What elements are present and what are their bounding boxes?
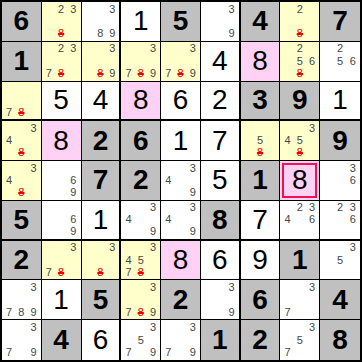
- candidate-empty: [67, 202, 79, 214]
- solved-digit: 7: [201, 121, 239, 160]
- candidate: 2: [334, 43, 347, 55]
- candidate-grid: 2568: [281, 43, 318, 80]
- candidate-empty: [174, 202, 186, 214]
- candidate-empty: [43, 226, 55, 238]
- cell-r4c6[interactable]: 7: [201, 121, 241, 161]
- candidate: 2: [55, 43, 67, 55]
- cell-r4c2[interactable]: 8: [42, 121, 82, 161]
- cell-r2c4[interactable]: 3789: [121, 42, 161, 82]
- solved-digit: 6: [201, 241, 239, 280]
- candidate-empty: [187, 55, 199, 67]
- cell-r3c9[interactable]: 1: [320, 82, 360, 122]
- candidate-grid: 3789: [122, 43, 159, 80]
- candidate-empty: [306, 226, 318, 238]
- cell-r4c1[interactable]: 348: [2, 121, 42, 161]
- cell-r9c4[interactable]: 3579: [121, 320, 161, 360]
- cell-r8c9[interactable]: 4: [320, 280, 360, 320]
- candidate-eliminated: 8: [55, 266, 67, 278]
- candidate-empty: [294, 15, 306, 27]
- cell-r7c2[interactable]: 378: [42, 241, 82, 281]
- candidate-empty: [147, 254, 159, 266]
- cell-r1c8[interactable]: 28: [280, 2, 320, 42]
- candidate: 7: [122, 306, 134, 318]
- candidate-empty: [28, 334, 40, 347]
- candidate-empty: [122, 242, 134, 254]
- candidate-empty: [294, 294, 306, 306]
- cell-r9c6[interactable]: 1: [201, 320, 241, 360]
- candidate: 5: [294, 55, 306, 67]
- candidate-empty: [67, 254, 79, 266]
- candidate: 2: [294, 3, 306, 15]
- candidate-empty: [321, 226, 334, 238]
- cell-r9c3[interactable]: 6: [82, 320, 122, 360]
- candidate-grid: 378: [43, 242, 80, 279]
- candidate: 9: [106, 28, 118, 40]
- given-digit: 9: [280, 82, 319, 120]
- candidate: 3: [28, 122, 40, 134]
- candidate-empty: [122, 294, 134, 306]
- candidate-empty: [15, 346, 27, 359]
- cell-r1c6[interactable]: 39: [201, 2, 241, 42]
- candidate-eliminated: 8: [15, 187, 27, 199]
- given-digit: 8: [320, 320, 360, 360]
- candidate-empty: [306, 15, 318, 27]
- candidate-eliminated: 8: [15, 147, 27, 159]
- candidate: 3: [28, 281, 40, 293]
- candidate-empty: [306, 67, 318, 79]
- solved-digit: 9: [241, 241, 280, 280]
- candidate: 3: [187, 162, 199, 174]
- candidate-empty: [346, 43, 359, 55]
- cell-r7c1[interactable]: 2: [2, 241, 42, 281]
- given-digit: 3: [241, 82, 280, 120]
- candidate-empty: [306, 346, 318, 359]
- candidate-grid: 34578: [122, 242, 159, 279]
- cell-r8c4[interactable]: 3789: [121, 280, 161, 320]
- candidate-empty: [174, 174, 186, 186]
- candidate: 5: [334, 55, 347, 67]
- candidate-empty: [67, 15, 79, 27]
- candidate-empty: [43, 28, 55, 40]
- candidate-empty: [106, 266, 118, 278]
- cell-r2c3[interactable]: 389: [82, 42, 122, 82]
- given-digit: 7: [82, 161, 120, 200]
- candidate: 9: [226, 28, 238, 40]
- candidate-empty: [214, 306, 226, 318]
- candidate-empty: [28, 174, 40, 186]
- cell-r9c7[interactable]: 2: [241, 320, 281, 360]
- candidate-empty: [254, 122, 266, 134]
- candidate: 9: [187, 67, 199, 79]
- candidate: 9: [187, 226, 199, 238]
- candidate-empty: [43, 162, 55, 174]
- candidate-empty: [334, 266, 347, 278]
- candidate-empty: [294, 214, 306, 226]
- cell-r7c7[interactable]: 9: [241, 241, 281, 281]
- candidate: 9: [28, 346, 40, 359]
- candidate: 5: [334, 254, 347, 266]
- given-digit: 2: [161, 280, 200, 319]
- cell-r3c3[interactable]: 4: [82, 82, 122, 122]
- candidate-empty: [43, 55, 55, 67]
- candidate-grid: 349: [162, 162, 199, 199]
- candidate: 7: [3, 306, 15, 318]
- candidate: 5: [135, 254, 147, 266]
- candidate: 3: [306, 122, 318, 134]
- cell-r1c3[interactable]: 389: [82, 2, 122, 42]
- candidate-empty: [43, 214, 55, 226]
- solved-digit: 8: [121, 82, 160, 120]
- candidate-empty: [202, 306, 214, 318]
- candidate-grid: 69: [43, 202, 80, 238]
- candidate-empty: [306, 135, 318, 147]
- candidate: 9: [147, 226, 159, 238]
- candidate-empty: [174, 214, 186, 226]
- candidate-empty: [83, 3, 95, 15]
- given-digit: 4: [42, 320, 81, 360]
- solved-digit: 8: [241, 42, 280, 81]
- cell-r4c9[interactable]: 9: [320, 121, 360, 161]
- cell-r1c4[interactable]: 1: [121, 2, 161, 42]
- cell-r5c2[interactable]: 69: [42, 161, 82, 201]
- candidate: 5: [294, 334, 306, 347]
- candidate-grid: 38: [83, 242, 119, 279]
- candidate: 5: [135, 334, 147, 347]
- cell-r5c7[interactable]: 1: [241, 161, 281, 201]
- given-digit: 1: [201, 320, 239, 360]
- cell-r1c9[interactable]: 7: [320, 2, 360, 42]
- candidate-empty: [15, 321, 27, 334]
- cell-r4c5[interactable]: 1: [161, 121, 201, 161]
- cell-r3c5[interactable]: 6: [161, 82, 201, 122]
- candidate-eliminated: 8: [294, 67, 306, 79]
- cell-r2c6[interactable]: 4: [201, 42, 241, 82]
- candidate-empty: [281, 55, 293, 67]
- cell-r2c7[interactable]: 8: [241, 42, 281, 82]
- candidate-empty: [55, 15, 67, 27]
- candidate-empty: [266, 135, 278, 147]
- candidate-empty: [174, 162, 186, 174]
- solved-digit: 2: [201, 82, 239, 120]
- candidate-empty: [55, 55, 67, 67]
- given-digit: 5: [161, 2, 200, 41]
- candidate-empty: [3, 281, 15, 293]
- cell-r9c9[interactable]: 8: [320, 320, 360, 360]
- candidate-empty: [3, 321, 15, 334]
- candidate-empty: [67, 28, 79, 40]
- given-digit: 1: [241, 161, 280, 200]
- candidate-grid: 2378: [43, 43, 80, 80]
- cell-r9c2[interactable]: 4: [42, 320, 82, 360]
- cell-r6c9[interactable]: 236: [320, 201, 360, 241]
- cell-r4c3[interactable]: 2: [82, 121, 122, 161]
- candidate-empty: [242, 122, 254, 134]
- candidate: 9: [147, 346, 159, 359]
- candidate-grid: 35: [321, 242, 359, 279]
- cell-r1c7[interactable]: 4: [241, 2, 281, 42]
- candidate-empty: [135, 294, 147, 306]
- given-digit: 6: [121, 121, 160, 160]
- candidate-empty: [334, 214, 347, 226]
- given-digit: 4: [241, 2, 280, 41]
- candidate-empty: [321, 214, 334, 226]
- candidate-empty: [83, 67, 95, 79]
- candidate-empty: [214, 3, 226, 15]
- cell-r4c7[interactable]: 58: [241, 121, 281, 161]
- cell-r8c3[interactable]: 5: [82, 280, 122, 320]
- candidate-empty: [174, 226, 186, 238]
- candidate: 4: [3, 174, 15, 186]
- candidate-empty: [321, 202, 334, 214]
- cell-r3c7[interactable]: 3: [241, 82, 281, 122]
- candidate-empty: [214, 15, 226, 27]
- solved-digit: 8: [161, 241, 200, 280]
- cell-r7c6[interactable]: 6: [201, 241, 241, 281]
- candidate-empty: [281, 294, 293, 306]
- candidate-empty: [83, 55, 95, 67]
- cell-r9c1[interactable]: 379: [2, 320, 42, 360]
- candidate-empty: [226, 294, 238, 306]
- cell-r8c5[interactable]: 2: [161, 280, 201, 320]
- cell-r3c8[interactable]: 9: [280, 82, 320, 122]
- cell-r8c2[interactable]: 1: [42, 280, 82, 320]
- candidate: 4: [281, 135, 293, 147]
- cell-r1c5[interactable]: 5: [161, 2, 201, 42]
- candidate-empty: [174, 55, 186, 67]
- cell-r6c1[interactable]: 5: [2, 201, 42, 241]
- candidate-empty: [306, 147, 318, 159]
- candidate-eliminated: 8: [174, 67, 186, 79]
- cell-r2c2[interactable]: 2378: [42, 42, 82, 82]
- candidate-grid: 256: [321, 43, 359, 80]
- candidate-eliminated: 8: [55, 28, 67, 40]
- candidate-empty: [321, 187, 334, 199]
- candidate: 7: [162, 346, 174, 359]
- candidate-grid: 3579: [122, 321, 159, 359]
- cell-r7c9[interactable]: 35: [320, 241, 360, 281]
- cell-r8c7[interactable]: 6: [241, 280, 281, 320]
- cell-r2c1[interactable]: 1: [2, 42, 42, 82]
- candidate: 3: [346, 162, 359, 174]
- candidate-empty: [306, 306, 318, 318]
- candidate: 3: [147, 281, 159, 293]
- candidate-empty: [162, 334, 174, 347]
- candidate-empty: [147, 214, 159, 226]
- candidate-empty: [106, 254, 118, 266]
- candidate-empty: [135, 281, 147, 293]
- cell-r6c8[interactable]: 2346: [280, 201, 320, 241]
- candidate-empty: [321, 174, 334, 186]
- candidate-empty: [174, 334, 186, 347]
- cell-r6c5[interactable]: 349: [161, 201, 201, 241]
- candidate-empty: [202, 281, 214, 293]
- candidate-empty: [55, 174, 67, 186]
- solved-digit: 6: [82, 320, 120, 360]
- cell-r3c4[interactable]: 8: [121, 82, 161, 122]
- candidate-empty: [266, 147, 278, 159]
- candidate: 7: [162, 67, 174, 79]
- candidate-grid: 389: [83, 3, 119, 40]
- candidate-empty: [226, 15, 238, 27]
- candidate-empty: [321, 43, 334, 55]
- cell-r1c1[interactable]: 6: [2, 2, 42, 42]
- candidate-empty: [15, 162, 27, 174]
- cell-r7c4[interactable]: 34578: [121, 241, 161, 281]
- candidate-empty: [321, 67, 334, 79]
- cell-r7c8[interactable]: 1: [280, 241, 320, 281]
- candidate: 3: [106, 242, 118, 254]
- candidate: 9: [187, 187, 199, 199]
- candidate-empty: [106, 55, 118, 67]
- candidate-empty: [242, 147, 254, 159]
- candidate-empty: [147, 334, 159, 347]
- candidate-empty: [43, 174, 55, 186]
- candidate-empty: [94, 242, 106, 254]
- candidate: 3: [106, 3, 118, 15]
- candidate: 8: [94, 28, 106, 40]
- cell-r3c6[interactable]: 2: [201, 82, 241, 122]
- candidate-empty: [55, 226, 67, 238]
- candidate-grid: 238: [43, 3, 80, 40]
- cell-r2c9[interactable]: 256: [320, 42, 360, 82]
- cell-r7c3[interactable]: 38: [82, 241, 122, 281]
- candidate-empty: [281, 202, 293, 214]
- cell-r6c3[interactable]: 1: [82, 201, 122, 241]
- candidate-empty: [83, 242, 95, 254]
- candidate-grid: 236: [321, 202, 359, 238]
- candidate-empty: [294, 321, 306, 334]
- candidate-empty: [94, 55, 106, 67]
- given-digit: 6: [241, 280, 280, 319]
- candidate: 3: [226, 3, 238, 15]
- candidate-empty: [294, 306, 306, 318]
- candidate: 3: [346, 202, 359, 214]
- candidate: 5: [254, 135, 266, 147]
- candidate-empty: [334, 67, 347, 79]
- solved-digit: 4: [201, 42, 239, 81]
- candidate: 5: [294, 135, 306, 147]
- cell-r2c8[interactable]: 2568: [280, 42, 320, 82]
- candidate: 2: [334, 202, 347, 214]
- cell-r3c2[interactable]: 5: [42, 82, 82, 122]
- candidate-empty: [294, 346, 306, 359]
- candidate-empty: [346, 266, 359, 278]
- cell-r8c1[interactable]: 3789: [2, 280, 42, 320]
- cell-r5c3[interactable]: 7: [82, 161, 122, 201]
- candidate-empty: [321, 254, 334, 266]
- candidate-empty: [294, 122, 306, 134]
- cell-r1c2[interactable]: 238: [42, 2, 82, 42]
- candidate-empty: [83, 266, 95, 278]
- candidate: 3: [187, 202, 199, 214]
- cell-r5c5[interactable]: 349: [161, 161, 201, 201]
- cell-r2c5[interactable]: 3789: [161, 42, 201, 82]
- candidate-empty: [187, 214, 199, 226]
- candidate-grid: 69: [43, 162, 80, 199]
- cell-r9c8[interactable]: 357: [280, 320, 320, 360]
- candidate: 3: [346, 242, 359, 254]
- cell-r6c2[interactable]: 69: [42, 201, 82, 241]
- cell-r8c6[interactable]: 39: [201, 280, 241, 320]
- candidate: 4: [162, 174, 174, 186]
- candidate-empty: [214, 28, 226, 40]
- cell-r9c5[interactable]: 379: [161, 320, 201, 360]
- given-digit: 8: [201, 201, 239, 239]
- candidate-empty: [55, 162, 67, 174]
- cell-r6c4[interactable]: 349: [121, 201, 161, 241]
- candidate-empty: [15, 83, 27, 95]
- cell-r7c5[interactable]: 8: [161, 241, 201, 281]
- candidate-empty: [94, 254, 106, 266]
- candidate-empty: [147, 55, 159, 67]
- cell-r5c4[interactable]: 2: [121, 161, 161, 201]
- candidate-empty: [43, 187, 55, 199]
- cell-r4c4[interactable]: 6: [121, 121, 161, 161]
- candidate-empty: [3, 94, 15, 106]
- candidate-empty: [214, 294, 226, 306]
- cell-r5c9[interactable]: 36: [320, 161, 360, 201]
- candidate: 9: [67, 187, 79, 199]
- candidate-empty: [202, 28, 214, 40]
- candidate-empty: [281, 15, 293, 27]
- candidate: 4: [122, 254, 134, 266]
- candidate-grid: 36: [321, 162, 359, 199]
- candidate-empty: [306, 294, 318, 306]
- candidate-eliminated: 8: [254, 147, 266, 159]
- cell-r6c7[interactable]: 7: [241, 201, 281, 241]
- candidate-empty: [334, 162, 347, 174]
- cell-r6c6[interactable]: 8: [201, 201, 241, 241]
- candidate-empty: [174, 346, 186, 359]
- candidate: 2: [55, 3, 67, 15]
- candidate-empty: [147, 266, 159, 278]
- candidate-empty: [135, 346, 147, 359]
- cell-r4c8[interactable]: 3458: [280, 121, 320, 161]
- candidate-empty: [43, 254, 55, 266]
- solved-digit: 4: [82, 82, 120, 120]
- candidate-grid: 3789: [162, 43, 199, 80]
- candidate-empty: [28, 135, 40, 147]
- cell-r8c8[interactable]: 37: [280, 280, 320, 320]
- cell-r5c1[interactable]: 348: [2, 161, 42, 201]
- candidate-empty: [67, 55, 79, 67]
- candidate: 9: [106, 67, 118, 79]
- candidate-empty: [266, 122, 278, 134]
- given-digit: 2: [82, 121, 120, 160]
- candidate-empty: [242, 135, 254, 147]
- candidate-empty: [346, 226, 359, 238]
- candidate: 3: [67, 43, 79, 55]
- given-digit: 5: [82, 280, 120, 319]
- candidate-empty: [281, 3, 293, 15]
- candidate: 3: [147, 321, 159, 334]
- candidate-empty: [135, 43, 147, 55]
- candidate-empty: [83, 43, 95, 55]
- candidate-eliminated: 8: [135, 266, 147, 278]
- candidate-eliminated: 8: [94, 67, 106, 79]
- given-digit: 7: [320, 2, 360, 41]
- candidate-empty: [334, 174, 347, 186]
- candidate: 4: [281, 214, 293, 226]
- cell-r3c1[interactable]: 78: [2, 82, 42, 122]
- candidate-empty: [162, 162, 174, 174]
- cell-r5c6[interactable]: 5: [201, 161, 241, 201]
- solved-digit: 5: [201, 161, 239, 200]
- candidate-empty: [122, 55, 134, 67]
- candidate: 6: [346, 214, 359, 226]
- candidate-empty: [94, 15, 106, 27]
- cell-r5c8[interactable]: 8: [280, 161, 320, 201]
